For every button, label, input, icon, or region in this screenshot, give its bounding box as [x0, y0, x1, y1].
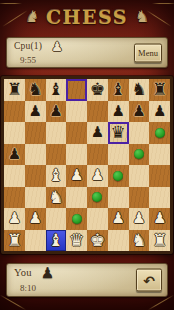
piece-black-knight[interactable]: ♞ [131, 81, 146, 98]
square-h2[interactable]: ♟ [149, 208, 170, 230]
undo-button[interactable]: ↶ [136, 269, 162, 292]
piece-white-bishop[interactable]: ♝ [48, 232, 63, 249]
legal-move-dot-e3[interactable] [92, 192, 102, 202]
square-b4[interactable] [25, 165, 46, 187]
square-d5[interactable] [66, 144, 87, 166]
legal-move-dot-d2[interactable] [72, 214, 82, 224]
square-e8[interactable]: ♚ [87, 79, 108, 101]
square-c7[interactable]: ♟ [46, 101, 67, 123]
piece-black-queen[interactable]: ♛ [111, 124, 126, 141]
knight-icon: ♞ [25, 9, 39, 25]
square-a7[interactable] [4, 101, 25, 123]
piece-black-pawn[interactable]: ♟ [28, 104, 41, 119]
chess-app-screen: ♞ CHESS ♞ Cpu(1) ♟ 9:55 Menu ♜♞♝♚♝♞♜♟♟♟♟… [0, 0, 174, 310]
square-c8[interactable]: ♝ [46, 79, 67, 101]
square-f4[interactable] [108, 165, 129, 187]
piece-white-pawn[interactable]: ♟ [111, 211, 124, 226]
undo-icon: ↶ [143, 272, 155, 288]
title-bar: ♞ CHESS ♞ [0, 0, 174, 34]
square-d6[interactable] [66, 122, 87, 144]
square-c3[interactable]: ♞ [46, 187, 67, 209]
square-c5[interactable] [46, 144, 67, 166]
square-b1[interactable] [25, 230, 46, 252]
square-h5[interactable] [149, 144, 170, 166]
square-c2[interactable] [46, 208, 67, 230]
piece-black-pawn[interactable]: ♟ [132, 104, 145, 119]
piece-black-rook[interactable]: ♜ [152, 81, 167, 98]
square-e3[interactable] [87, 187, 108, 209]
square-g1[interactable]: ♞ [129, 230, 150, 252]
legal-move-dot-f4[interactable] [113, 171, 123, 181]
square-h8[interactable]: ♜ [149, 79, 170, 101]
square-a6[interactable] [4, 122, 25, 144]
square-f8[interactable]: ♝ [108, 79, 129, 101]
square-h7[interactable]: ♟ [149, 101, 170, 123]
square-g6[interactable] [129, 122, 150, 144]
square-g4[interactable] [129, 165, 150, 187]
chessboard[interactable]: ♜♞♝♚♝♞♜♟♟♟♟♟♟♛♟♝♟♟♞♟♟♟♟♟♜♝♛♚♞♜ [4, 79, 170, 251]
square-e2[interactable] [87, 208, 108, 230]
square-e1[interactable]: ♚ [87, 230, 108, 252]
top-player-bar: Cpu(1) ♟ 9:55 Menu [6, 37, 168, 68]
piece-white-pawn[interactable]: ♟ [8, 211, 21, 226]
square-f7[interactable]: ♟ [108, 101, 129, 123]
piece-white-bishop[interactable]: ♝ [48, 167, 63, 184]
piece-white-pawn[interactable]: ♟ [70, 168, 83, 183]
square-b7[interactable]: ♟ [25, 101, 46, 123]
piece-white-knight[interactable]: ♞ [131, 232, 146, 249]
square-b5[interactable] [25, 144, 46, 166]
square-d3[interactable] [66, 187, 87, 209]
square-a3[interactable] [4, 187, 25, 209]
legal-move-dot-h6[interactable] [155, 128, 165, 138]
square-f6[interactable]: ♛ [108, 122, 129, 144]
cpu-player-name: Cpu(1) [14, 41, 42, 51]
menu-button-label: Menu [138, 48, 158, 58]
square-d2[interactable] [66, 208, 87, 230]
knight-icon: ♞ [135, 9, 149, 25]
square-d4[interactable]: ♟ [66, 165, 87, 187]
piece-black-pawn[interactable]: ♟ [8, 147, 21, 162]
piece-white-rook[interactable]: ♜ [7, 232, 22, 249]
legal-move-dot-g5[interactable] [134, 149, 144, 159]
piece-white-queen[interactable]: ♛ [69, 232, 84, 249]
captured-white-pawn-icon: ♟ [51, 40, 63, 53]
square-a8[interactable]: ♜ [4, 79, 25, 101]
square-d8[interactable] [66, 79, 87, 101]
piece-white-pawn[interactable]: ♟ [91, 168, 104, 183]
piece-white-pawn[interactable]: ♟ [153, 211, 166, 226]
piece-black-pawn[interactable]: ♟ [49, 104, 62, 119]
square-g2[interactable]: ♟ [129, 208, 150, 230]
piece-black-king[interactable]: ♚ [90, 81, 105, 98]
piece-white-knight[interactable]: ♞ [48, 189, 63, 206]
square-g8[interactable]: ♞ [129, 79, 150, 101]
chessboard-frame: ♜♞♝♚♝♞♜♟♟♟♟♟♟♛♟♝♟♟♞♟♟♟♟♟♜♝♛♚♞♜ [1, 76, 173, 254]
square-a1[interactable]: ♜ [4, 230, 25, 252]
human-player-name: You [14, 267, 32, 278]
square-e5[interactable] [87, 144, 108, 166]
square-g7[interactable]: ♟ [129, 101, 150, 123]
square-c1[interactable]: ♝ [46, 230, 67, 252]
square-h6[interactable] [149, 122, 170, 144]
app-title: CHESS [46, 6, 128, 28]
piece-black-rook[interactable]: ♜ [7, 81, 22, 98]
square-h1[interactable]: ♜ [149, 230, 170, 252]
square-g3[interactable] [129, 187, 150, 209]
piece-black-pawn[interactable]: ♟ [111, 104, 124, 119]
square-e6[interactable]: ♟ [87, 122, 108, 144]
square-c4[interactable]: ♝ [46, 165, 67, 187]
piece-white-pawn[interactable]: ♟ [28, 211, 41, 226]
square-b6[interactable] [25, 122, 46, 144]
square-f5[interactable] [108, 144, 129, 166]
square-c6[interactable] [46, 122, 67, 144]
piece-black-pawn[interactable]: ♟ [91, 125, 104, 140]
square-a4[interactable] [4, 165, 25, 187]
bottom-player-bar: You ♟ 8:10 ↶ [6, 263, 168, 297]
square-a2[interactable]: ♟ [4, 208, 25, 230]
square-h4[interactable] [149, 165, 170, 187]
piece-black-knight[interactable]: ♞ [28, 81, 43, 98]
square-b3[interactable] [25, 187, 46, 209]
square-b8[interactable]: ♞ [25, 79, 46, 101]
square-f1[interactable] [108, 230, 129, 252]
piece-white-rook[interactable]: ♜ [152, 232, 167, 249]
piece-black-bishop[interactable]: ♝ [48, 81, 63, 98]
captured-black-pawn-icon: ♟ [41, 266, 54, 281]
piece-black-pawn[interactable]: ♟ [153, 104, 166, 119]
square-g5[interactable] [129, 144, 150, 166]
square-f3[interactable] [108, 187, 129, 209]
square-b2[interactable]: ♟ [25, 208, 46, 230]
piece-white-king[interactable]: ♚ [90, 232, 105, 249]
square-e4[interactable]: ♟ [87, 165, 108, 187]
square-f2[interactable]: ♟ [108, 208, 129, 230]
piece-black-bishop[interactable]: ♝ [111, 81, 126, 98]
square-a5[interactable]: ♟ [4, 144, 25, 166]
square-e7[interactable] [87, 101, 108, 123]
piece-white-pawn[interactable]: ♟ [132, 211, 145, 226]
square-d1[interactable]: ♛ [66, 230, 87, 252]
square-h3[interactable] [149, 187, 170, 209]
square-d7[interactable] [66, 101, 87, 123]
menu-button[interactable]: Menu [134, 43, 162, 62]
